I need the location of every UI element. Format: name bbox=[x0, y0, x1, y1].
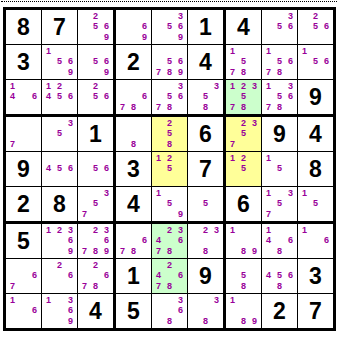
candidate-slot-7 bbox=[79, 102, 90, 113]
cell-r5c5[interactable]: 125 bbox=[152, 152, 188, 187]
candidate-grid: 56789 bbox=[152, 45, 187, 79]
candidate-slot-4 bbox=[153, 199, 164, 210]
candidate-slot-2: 2 bbox=[164, 260, 175, 271]
candidate-slot-6: 6 bbox=[175, 57, 186, 68]
candidate-slot-7: 7 bbox=[79, 246, 90, 257]
candidate-slot-2 bbox=[54, 153, 65, 164]
cell-r9c6[interactable]: 38 bbox=[188, 294, 226, 328]
cell-r3c3[interactable]: 256 bbox=[78, 80, 116, 117]
candidate-grid: 38 bbox=[188, 294, 223, 328]
cell-r2c9[interactable]: 156 bbox=[298, 45, 333, 80]
candidate-slot-7 bbox=[189, 209, 200, 220]
candidate-grid: 16 bbox=[298, 224, 333, 258]
candidate-slot-2 bbox=[164, 11, 175, 22]
candidate-slot-5: 5 bbox=[54, 164, 65, 175]
candidate-grid: 357 bbox=[78, 187, 113, 221]
candidate-slot-8 bbox=[90, 32, 101, 43]
cell-r2c7[interactable]: 1578 bbox=[226, 45, 262, 80]
cell-r1c7[interactable]: 4 bbox=[226, 10, 262, 45]
candidate-slot-2 bbox=[164, 295, 175, 306]
candidate-slot-5: 5 bbox=[54, 57, 65, 68]
candidate-slot-6 bbox=[65, 129, 76, 140]
candidate-slot-4 bbox=[299, 236, 310, 247]
candidate-slot-7 bbox=[43, 139, 54, 150]
candidate-slot-8 bbox=[54, 316, 65, 327]
candidate-slot-9: 9 bbox=[139, 32, 150, 43]
candidate-slot-7 bbox=[79, 32, 90, 43]
candidate-slot-3: 3 bbox=[175, 11, 186, 22]
candidate-slot-3: 3 bbox=[65, 118, 76, 129]
candidate-slot-7 bbox=[153, 32, 164, 43]
candidate-slot-2 bbox=[128, 11, 139, 22]
candidate-slot-7: 7 bbox=[263, 209, 274, 220]
candidate-slot-5: 5 bbox=[274, 22, 285, 33]
candidate-slot-6: 6 bbox=[175, 92, 186, 103]
candidate-slot-4 bbox=[117, 236, 128, 247]
candidate-slot-6 bbox=[249, 129, 260, 140]
candidate-slot-3 bbox=[101, 260, 112, 271]
candidate-slot-2 bbox=[274, 260, 285, 271]
cell-r5c6[interactable]: 7 bbox=[188, 152, 226, 187]
candidate-slot-1: 1 bbox=[43, 46, 54, 57]
candidate-slot-1: 1 bbox=[299, 46, 310, 57]
cell-r5c3[interactable]: 56 bbox=[78, 152, 116, 187]
cell-r8c4[interactable]: 1 bbox=[116, 259, 152, 294]
cell-r7c9[interactable]: 16 bbox=[298, 224, 333, 259]
cell-r5c8[interactable]: 15 bbox=[262, 152, 298, 187]
cell-r1c9[interactable]: 256 bbox=[298, 10, 333, 45]
candidate-slot-8 bbox=[90, 102, 101, 113]
candidate-slot-6: 6 bbox=[139, 92, 150, 103]
candidate-slot-2 bbox=[274, 225, 285, 236]
candidate-slot-3: 3 bbox=[175, 295, 186, 306]
solved-digit: 1 bbox=[78, 117, 113, 151]
solved-digit: 9 bbox=[262, 117, 297, 151]
cell-r2c8[interactable]: 15678 bbox=[262, 45, 298, 80]
candidate-slot-7: 7 bbox=[117, 102, 128, 113]
candidate-grid: 1468 bbox=[262, 224, 297, 258]
cell-r6c9[interactable]: 15 bbox=[298, 187, 333, 224]
cell-r7c5[interactable]: 234678 bbox=[152, 224, 188, 259]
candidate-slot-1 bbox=[7, 260, 18, 271]
candidate-slot-4 bbox=[227, 306, 238, 317]
candidate-slot-5: 5 bbox=[90, 199, 101, 210]
candidate-grid: 1578 bbox=[226, 45, 261, 79]
candidate-grid: 256 bbox=[78, 80, 113, 114]
candidate-slot-7 bbox=[43, 316, 54, 327]
candidate-slot-4 bbox=[227, 164, 238, 175]
candidate-slot-2 bbox=[128, 225, 139, 236]
candidate-slot-3 bbox=[139, 118, 150, 129]
cell-r4c9[interactable]: 4 bbox=[298, 117, 333, 152]
candidate-slot-2 bbox=[18, 260, 29, 271]
candidate-slot-1 bbox=[79, 225, 90, 236]
candidate-slot-1: 1 bbox=[263, 225, 274, 236]
cell-r8c9[interactable]: 3 bbox=[298, 259, 333, 294]
cell-r6c8[interactable]: 1357 bbox=[262, 187, 298, 224]
candidate-slot-1 bbox=[189, 295, 200, 306]
candidate-slot-8: 8 bbox=[90, 246, 101, 257]
candidate-slot-3 bbox=[101, 81, 112, 92]
candidate-slot-4 bbox=[7, 306, 18, 317]
cell-r9c2[interactable]: 1369 bbox=[42, 294, 78, 328]
solved-digit: 9 bbox=[188, 259, 223, 293]
candidate-slot-7 bbox=[227, 281, 238, 292]
solved-digit: 9 bbox=[6, 152, 41, 186]
candidate-slot-6: 6 bbox=[65, 57, 76, 68]
candidate-grid: 189 bbox=[226, 294, 261, 328]
cell-r9c5[interactable]: 368 bbox=[152, 294, 188, 328]
cell-r6c6[interactable]: 5 bbox=[188, 187, 226, 224]
cell-r1c3[interactable]: 2569 bbox=[78, 10, 116, 45]
solved-digit: 3 bbox=[6, 45, 41, 79]
candidate-slot-6: 6 bbox=[101, 271, 112, 282]
cell-r4c6[interactable]: 6 bbox=[188, 117, 226, 152]
candidate-grid: 7 bbox=[6, 117, 41, 151]
candidate-slot-9 bbox=[285, 32, 296, 43]
candidate-slot-5 bbox=[310, 236, 321, 247]
cell-r4c1[interactable]: 7 bbox=[6, 117, 42, 152]
candidate-slot-9 bbox=[321, 246, 332, 257]
candidate-slot-5 bbox=[200, 306, 211, 317]
candidate-grid: 4568 bbox=[262, 259, 297, 293]
candidate-slot-9 bbox=[175, 246, 186, 257]
cell-r5c2[interactable]: 456 bbox=[42, 152, 78, 187]
candidate-slot-8 bbox=[18, 281, 29, 292]
candidate-slot-2 bbox=[310, 188, 321, 199]
candidate-slot-9 bbox=[65, 139, 76, 150]
candidate-slot-5: 5 bbox=[274, 199, 285, 210]
candidate-slot-3 bbox=[65, 153, 76, 164]
candidate-slot-4 bbox=[153, 92, 164, 103]
candidate-slot-7: 7 bbox=[153, 281, 164, 292]
candidate-slot-7: 7 bbox=[227, 139, 238, 150]
candidate-slot-5: 5 bbox=[164, 22, 175, 33]
candidate-slot-6: 6 bbox=[139, 22, 150, 33]
candidate-grid: 678 bbox=[116, 224, 151, 258]
candidate-slot-6 bbox=[175, 164, 186, 175]
candidate-grid: 135678 bbox=[262, 80, 297, 114]
cell-r7c7[interactable]: 189 bbox=[226, 224, 262, 259]
candidate-grid: 146 bbox=[6, 80, 41, 114]
candidate-slot-3 bbox=[101, 46, 112, 57]
cell-r4c7[interactable]: 2357 bbox=[226, 117, 262, 152]
candidate-slot-2 bbox=[200, 188, 211, 199]
candidate-slot-5: 5 bbox=[274, 92, 285, 103]
candidate-slot-3: 3 bbox=[249, 118, 260, 129]
candidate-slot-1 bbox=[189, 188, 200, 199]
cell-r5c1[interactable]: 9 bbox=[6, 152, 42, 187]
candidate-slot-2 bbox=[164, 81, 175, 92]
cell-r6c3[interactable]: 357 bbox=[78, 187, 116, 224]
candidate-grid: 256 bbox=[298, 10, 333, 44]
candidate-slot-8 bbox=[310, 246, 321, 257]
candidate-grid: 69 bbox=[116, 10, 151, 44]
candidate-slot-5: 5 bbox=[238, 129, 249, 140]
candidate-slot-6: 6 bbox=[101, 164, 112, 175]
cell-r5c7[interactable]: 125 bbox=[226, 152, 262, 187]
cell-r8c3[interactable]: 2678 bbox=[78, 259, 116, 294]
solved-digit: 5 bbox=[6, 224, 41, 258]
cell-r8c6[interactable]: 9 bbox=[188, 259, 226, 294]
cell-r3c1[interactable]: 146 bbox=[6, 80, 42, 117]
cell-r8c7[interactable]: 58 bbox=[226, 259, 262, 294]
cell-r9c3[interactable]: 4 bbox=[78, 294, 116, 328]
cell-r9c8[interactable]: 2 bbox=[262, 294, 298, 328]
candidate-slot-6 bbox=[285, 164, 296, 175]
candidate-slot-3 bbox=[29, 81, 40, 92]
sudoku-board: 8725696935691435625631569569256789415781… bbox=[3, 7, 336, 331]
cell-r8c2[interactable]: 26 bbox=[42, 259, 78, 294]
candidate-slot-7 bbox=[43, 67, 54, 78]
candidate-slot-9 bbox=[29, 281, 40, 292]
candidate-slot-6: 6 bbox=[285, 22, 296, 33]
candidate-slot-2 bbox=[274, 11, 285, 22]
candidate-slot-8 bbox=[54, 102, 65, 113]
candidate-slot-7 bbox=[299, 32, 310, 43]
candidate-slot-9: 9 bbox=[101, 246, 112, 257]
candidate-slot-3: 3 bbox=[285, 11, 296, 22]
candidate-slot-9: 9 bbox=[175, 32, 186, 43]
solved-digit: 7 bbox=[188, 152, 223, 186]
candidate-slot-5: 5 bbox=[310, 199, 321, 210]
candidate-slot-7 bbox=[153, 174, 164, 185]
candidate-slot-2: 2 bbox=[54, 81, 65, 92]
candidate-slot-2: 2 bbox=[238, 81, 249, 92]
cell-r7c6[interactable]: 238 bbox=[188, 224, 226, 259]
focus-dotted-line bbox=[1, 1, 337, 2]
candidate-slot-7: 7 bbox=[117, 246, 128, 257]
candidate-slot-3 bbox=[285, 153, 296, 164]
candidate-slot-3 bbox=[139, 81, 150, 92]
cell-r5c9[interactable]: 8 bbox=[298, 152, 333, 187]
candidate-slot-3 bbox=[65, 46, 76, 57]
candidate-slot-2 bbox=[164, 188, 175, 199]
cell-r5c4[interactable]: 3 bbox=[116, 152, 152, 187]
candidate-slot-2 bbox=[54, 295, 65, 306]
cell-r2c2[interactable]: 1569 bbox=[42, 45, 78, 80]
cell-r4c5[interactable]: 258 bbox=[152, 117, 188, 152]
cell-r8c1[interactable]: 67 bbox=[6, 259, 42, 294]
cell-r7c8[interactable]: 1468 bbox=[262, 224, 298, 259]
candidate-slot-8 bbox=[310, 67, 321, 78]
candidate-slot-6: 6 bbox=[175, 236, 186, 247]
solved-digit: 4 bbox=[78, 294, 113, 328]
candidate-grid: 189 bbox=[226, 224, 261, 258]
candidate-slot-6: 6 bbox=[139, 236, 150, 247]
cell-r2c5[interactable]: 56789 bbox=[152, 45, 188, 80]
candidate-slot-5 bbox=[238, 236, 249, 247]
candidate-grid: 125 bbox=[226, 152, 261, 186]
candidate-slot-8: 8 bbox=[164, 139, 175, 150]
candidate-slot-1: 1 bbox=[227, 81, 238, 92]
candidate-slot-7: 7 bbox=[153, 67, 164, 78]
candidate-slot-8 bbox=[238, 174, 249, 185]
candidate-slot-7: 7 bbox=[153, 246, 164, 257]
candidate-slot-1: 1 bbox=[7, 295, 18, 306]
candidate-slot-1 bbox=[299, 11, 310, 22]
candidate-slot-9 bbox=[249, 139, 260, 150]
candidate-slot-4: 4 bbox=[43, 92, 54, 103]
candidate-slot-1: 1 bbox=[299, 225, 310, 236]
candidate-slot-3 bbox=[249, 260, 260, 271]
cell-r3c6[interactable]: 358 bbox=[188, 80, 226, 117]
cell-r6c4[interactable]: 4 bbox=[116, 187, 152, 224]
candidate-slot-1 bbox=[43, 118, 54, 129]
cell-r9c1[interactable]: 16 bbox=[6, 294, 42, 328]
candidate-slot-4 bbox=[263, 199, 274, 210]
candidate-slot-2: 2 bbox=[90, 11, 101, 22]
candidate-slot-6 bbox=[211, 199, 222, 210]
candidate-slot-8 bbox=[90, 174, 101, 185]
candidate-slot-5: 5 bbox=[238, 164, 249, 175]
cell-r3c8[interactable]: 135678 bbox=[262, 80, 298, 117]
candidate-slot-6 bbox=[139, 129, 150, 140]
solved-digit: 3 bbox=[116, 152, 151, 186]
candidate-grid: 67 bbox=[6, 259, 41, 293]
cell-r2c3[interactable]: 569 bbox=[78, 45, 116, 80]
candidate-slot-8 bbox=[310, 209, 321, 220]
cell-r2c4[interactable]: 2 bbox=[116, 45, 152, 80]
candidate-slot-7 bbox=[153, 139, 164, 150]
candidate-slot-3 bbox=[249, 153, 260, 164]
cell-r4c3[interactable]: 1 bbox=[78, 117, 116, 152]
candidate-slot-6: 6 bbox=[285, 92, 296, 103]
cell-r1c8[interactable]: 356 bbox=[262, 10, 298, 45]
candidate-slot-7 bbox=[7, 316, 18, 327]
cell-r8c8[interactable]: 4568 bbox=[262, 259, 298, 294]
candidate-slot-8: 8 bbox=[200, 102, 211, 113]
cell-r9c7[interactable]: 189 bbox=[226, 294, 262, 328]
candidate-slot-5 bbox=[238, 306, 249, 317]
candidate-slot-2: 2 bbox=[54, 225, 65, 236]
candidate-slot-9 bbox=[285, 174, 296, 185]
candidate-slot-6 bbox=[211, 236, 222, 247]
candidate-slot-3 bbox=[285, 46, 296, 57]
cell-r2c6[interactable]: 4 bbox=[188, 45, 226, 80]
cell-r7c4[interactable]: 678 bbox=[116, 224, 152, 259]
cell-r6c7[interactable]: 6 bbox=[226, 187, 262, 224]
cell-r3c5[interactable]: 35678 bbox=[152, 80, 188, 117]
candidate-slot-7 bbox=[263, 281, 274, 292]
cell-r7c3[interactable]: 236789 bbox=[78, 224, 116, 259]
candidate-slot-8: 8 bbox=[274, 246, 285, 257]
cell-r3c2[interactable]: 12456 bbox=[42, 80, 78, 117]
candidate-slot-8 bbox=[238, 139, 249, 150]
candidate-slot-6 bbox=[321, 199, 332, 210]
candidate-slot-2: 2 bbox=[164, 153, 175, 164]
cell-r1c6[interactable]: 1 bbox=[188, 10, 226, 45]
candidate-slot-5: 5 bbox=[90, 22, 101, 33]
cell-r7c2[interactable]: 12369 bbox=[42, 224, 78, 259]
cell-r3c9[interactable]: 9 bbox=[298, 80, 333, 117]
candidate-slot-6: 6 bbox=[175, 22, 186, 33]
candidate-slot-6 bbox=[249, 236, 260, 247]
candidate-slot-9 bbox=[175, 316, 186, 327]
candidate-slot-1 bbox=[79, 188, 90, 199]
cell-r1c1[interactable]: 8 bbox=[6, 10, 42, 45]
cell-r2c1[interactable]: 3 bbox=[6, 45, 42, 80]
candidate-slot-2 bbox=[128, 81, 139, 92]
cell-r3c4[interactable]: 678 bbox=[116, 80, 152, 117]
solved-digit: 7 bbox=[42, 10, 77, 44]
cell-r4c2[interactable]: 35 bbox=[42, 117, 78, 152]
candidate-slot-8: 8 bbox=[274, 281, 285, 292]
candidate-slot-5: 5 bbox=[238, 271, 249, 282]
solved-digit: 2 bbox=[6, 187, 41, 221]
candidate-slot-1: 1 bbox=[263, 188, 274, 199]
candidate-slot-2: 2 bbox=[54, 260, 65, 271]
cell-r6c2[interactable]: 8 bbox=[42, 187, 78, 224]
candidate-slot-7 bbox=[299, 209, 310, 220]
candidate-slot-2: 2 bbox=[200, 225, 211, 236]
candidate-slot-4: 4 bbox=[7, 92, 18, 103]
candidate-slot-5 bbox=[90, 236, 101, 247]
candidate-slot-4 bbox=[79, 57, 90, 68]
candidate-slot-2 bbox=[18, 118, 29, 129]
cell-r1c2[interactable]: 7 bbox=[42, 10, 78, 45]
cell-r6c1[interactable]: 2 bbox=[6, 187, 42, 224]
candidate-grid: 1357 bbox=[262, 187, 297, 221]
candidate-slot-9: 9 bbox=[65, 316, 76, 327]
candidate-slot-6: 6 bbox=[175, 271, 186, 282]
candidate-slot-3 bbox=[175, 153, 186, 164]
candidate-slot-2: 2 bbox=[90, 260, 101, 271]
cell-r4c4[interactable]: 8 bbox=[116, 117, 152, 152]
candidate-slot-4 bbox=[299, 57, 310, 68]
candidate-slot-5 bbox=[18, 92, 29, 103]
cell-r6c5[interactable]: 159 bbox=[152, 187, 188, 224]
cell-r7c1[interactable]: 5 bbox=[6, 224, 42, 259]
candidate-slot-2 bbox=[200, 295, 211, 306]
cell-r9c4[interactable]: 5 bbox=[116, 294, 152, 328]
cell-r3c7[interactable]: 123578 bbox=[226, 80, 262, 117]
candidate-slot-4 bbox=[263, 92, 274, 103]
candidate-slot-1 bbox=[117, 118, 128, 129]
candidate-slot-5 bbox=[128, 92, 139, 103]
candidate-slot-1 bbox=[79, 260, 90, 271]
candidate-slot-7 bbox=[227, 316, 238, 327]
cell-r1c5[interactable]: 3569 bbox=[152, 10, 188, 45]
candidate-slot-9 bbox=[285, 209, 296, 220]
candidate-slot-9 bbox=[249, 67, 260, 78]
candidate-slot-4 bbox=[43, 236, 54, 247]
candidate-slot-4: 4 bbox=[263, 236, 274, 247]
candidate-slot-2 bbox=[164, 46, 175, 57]
candidate-slot-1: 1 bbox=[227, 295, 238, 306]
candidate-slot-8: 8 bbox=[238, 67, 249, 78]
cell-r1c4[interactable]: 69 bbox=[116, 10, 152, 45]
candidate-grid: 3569 bbox=[152, 10, 187, 44]
candidate-slot-3: 3 bbox=[101, 188, 112, 199]
candidate-slot-2 bbox=[310, 46, 321, 57]
cell-r9c9[interactable]: 7 bbox=[298, 294, 333, 328]
candidate-slot-1: 1 bbox=[263, 153, 274, 164]
candidate-slot-1 bbox=[153, 225, 164, 236]
candidate-slot-9 bbox=[285, 67, 296, 78]
candidate-slot-8: 8 bbox=[128, 246, 139, 257]
cell-r8c5[interactable]: 24678 bbox=[152, 259, 188, 294]
candidate-slot-1: 1 bbox=[153, 188, 164, 199]
candidate-slot-4 bbox=[79, 271, 90, 282]
cell-r4c8[interactable]: 9 bbox=[262, 117, 298, 152]
candidate-slot-5 bbox=[128, 236, 139, 247]
candidate-slot-1 bbox=[227, 260, 238, 271]
solved-digit: 9 bbox=[298, 80, 333, 114]
candidate-slot-3 bbox=[65, 260, 76, 271]
candidate-slot-3 bbox=[175, 118, 186, 129]
candidate-slot-6 bbox=[249, 57, 260, 68]
